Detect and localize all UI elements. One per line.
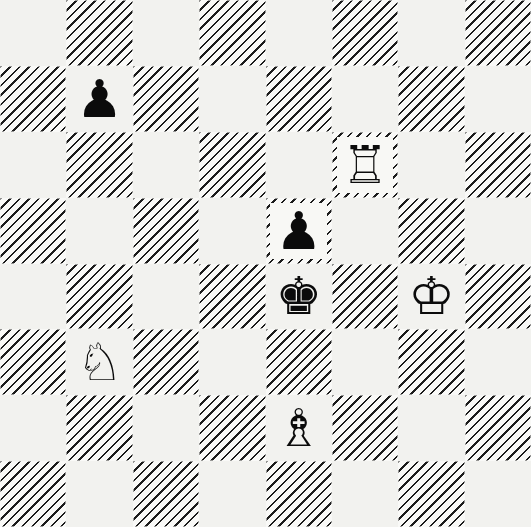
square-c1 [133,461,199,527]
square-e2: ♗ [266,395,332,461]
square-g4: ♔ [398,264,464,330]
square-d2 [199,395,265,461]
square-b7: ♟ [66,66,132,132]
piece-white-king: ♔ [408,270,455,322]
square-c7 [133,66,199,132]
square-h4 [465,264,531,330]
square-e3 [266,329,332,395]
square-h2 [465,395,531,461]
square-a5 [0,198,66,264]
square-f3 [332,329,398,395]
square-f6: ♖ [332,132,398,198]
square-e8 [266,0,332,66]
square-d1 [199,461,265,527]
piece-black-king: ♚ [275,270,322,322]
square-b2 [66,395,132,461]
square-c5 [133,198,199,264]
square-g6 [398,132,464,198]
square-a3 [0,329,66,395]
square-f7 [332,66,398,132]
square-c8 [133,0,199,66]
square-b5 [66,198,132,264]
square-a1 [0,461,66,527]
square-f8 [332,0,398,66]
square-g7 [398,66,464,132]
piece-white-rook: ♖ [337,137,394,193]
square-a6 [0,132,66,198]
square-b6 [66,132,132,198]
square-f4 [332,264,398,330]
square-e5: ♟ [266,198,332,264]
square-e4: ♚ [266,264,332,330]
square-c2 [133,395,199,461]
square-d7 [199,66,265,132]
square-h1 [465,461,531,527]
square-e7 [266,66,332,132]
square-b1 [66,461,132,527]
piece-black-pawn: ♟ [76,73,123,125]
square-h3 [465,329,531,395]
square-f1 [332,461,398,527]
square-d5 [199,198,265,264]
square-f5 [332,198,398,264]
square-d4 [199,264,265,330]
chess-board: ♟♖♟♚♔♘♗ [0,0,531,527]
square-a4 [0,264,66,330]
square-c6 [133,132,199,198]
square-a7 [0,66,66,132]
square-a2 [0,395,66,461]
square-g8 [398,0,464,66]
piece-black-pawn: ♟ [270,203,327,259]
square-g5 [398,198,464,264]
piece-white-bishop: ♗ [275,402,322,454]
square-c3 [133,329,199,395]
square-a8 [0,0,66,66]
square-e1 [266,461,332,527]
square-h8 [465,0,531,66]
square-f2 [332,395,398,461]
square-d3 [199,329,265,395]
square-e6 [266,132,332,198]
square-g2 [398,395,464,461]
square-b8 [66,0,132,66]
square-d6 [199,132,265,198]
square-c4 [133,264,199,330]
square-d8 [199,0,265,66]
square-g1 [398,461,464,527]
square-h5 [465,198,531,264]
square-b4 [66,264,132,330]
square-b3: ♘ [66,329,132,395]
square-h7 [465,66,531,132]
square-g3 [398,329,464,395]
square-h6 [465,132,531,198]
piece-white-knight: ♘ [76,336,123,388]
